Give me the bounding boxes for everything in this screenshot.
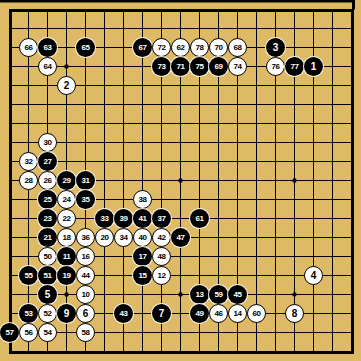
intersection-c12-r18[interactable] [209, 323, 228, 342]
intersection-c7-r7[interactable] [114, 114, 133, 133]
intersection-c7-r18[interactable] [114, 323, 133, 342]
intersection-c10-r6[interactable] [171, 95, 190, 114]
intersection-c2-r1[interactable] [19, 0, 38, 19]
intersection-c5-r1[interactable] [76, 0, 95, 19]
intersection-c17-r11[interactable] [304, 190, 323, 209]
stone-black-35[interactable]: 35 [76, 190, 95, 209]
intersection-c12-r11[interactable] [209, 190, 228, 209]
stone-white-44[interactable]: 44 [76, 266, 95, 285]
intersection-c6-r2[interactable] [95, 19, 114, 38]
intersection-c15-r18[interactable] [266, 323, 285, 342]
stone-black-13[interactable]: 13 [190, 285, 209, 304]
intersection-c12-r16[interactable]: 59 [209, 285, 228, 304]
intersection-c8-r2[interactable] [133, 19, 152, 38]
intersection-c1-r10[interactable] [0, 171, 19, 190]
intersection-c17-r15[interactable]: 4 [304, 266, 323, 285]
stone-white-48[interactable]: 48 [152, 247, 171, 266]
intersection-c6-r8[interactable] [95, 133, 114, 152]
intersection-c12-r10[interactable] [209, 171, 228, 190]
intersection-c18-r14[interactable] [323, 247, 342, 266]
intersection-c3-r12[interactable]: 23 [38, 209, 57, 228]
intersection-c15-r4[interactable]: 76 [266, 57, 285, 76]
stone-black-39[interactable]: 39 [114, 209, 133, 228]
stone-white-62[interactable]: 62 [171, 38, 190, 57]
intersection-c13-r9[interactable] [228, 152, 247, 171]
stone-black-73[interactable]: 73 [152, 57, 171, 76]
intersection-c16-r2[interactable] [285, 19, 304, 38]
intersection-c19-r1[interactable] [342, 0, 361, 19]
intersection-c4-r3[interactable] [57, 38, 76, 57]
intersection-c4-r2[interactable] [57, 19, 76, 38]
intersection-c18-r2[interactable] [323, 19, 342, 38]
intersection-c5-r7[interactable] [76, 114, 95, 133]
intersection-c12-r3[interactable]: 70 [209, 38, 228, 57]
intersection-c1-r15[interactable] [0, 266, 19, 285]
intersection-c17-r7[interactable] [304, 114, 323, 133]
intersection-c11-r10[interactable] [190, 171, 209, 190]
intersection-c15-r1[interactable] [266, 0, 285, 19]
intersection-c19-r8[interactable] [342, 133, 361, 152]
intersection-c12-r15[interactable] [209, 266, 228, 285]
intersection-c3-r6[interactable] [38, 95, 57, 114]
intersection-c18-r15[interactable] [323, 266, 342, 285]
intersection-c13-r6[interactable] [228, 95, 247, 114]
stone-white-40[interactable]: 40 [133, 228, 152, 247]
intersection-c17-r18[interactable] [304, 323, 323, 342]
intersection-c19-r17[interactable] [342, 304, 361, 323]
intersection-c3-r16[interactable]: 5 [38, 285, 57, 304]
intersection-c16-r18[interactable] [285, 323, 304, 342]
intersection-c10-r9[interactable] [171, 152, 190, 171]
intersection-c11-r2[interactable] [190, 19, 209, 38]
intersection-c1-r4[interactable] [0, 57, 19, 76]
intersection-c12-r19[interactable] [209, 342, 228, 361]
stone-white-42[interactable]: 42 [152, 228, 171, 247]
intersection-c4-r19[interactable] [57, 342, 76, 361]
stone-black-7[interactable]: 7 [152, 304, 171, 323]
intersection-c4-r1[interactable] [57, 0, 76, 19]
intersection-c1-r19[interactable] [0, 342, 19, 361]
intersection-c8-r10[interactable] [133, 171, 152, 190]
stone-white-12[interactable]: 12 [152, 266, 171, 285]
intersection-c10-r10[interactable] [171, 171, 190, 190]
intersection-c16-r19[interactable] [285, 342, 304, 361]
stone-white-70[interactable]: 70 [209, 38, 228, 57]
intersection-c16-r4[interactable]: 77 [285, 57, 304, 76]
intersection-c3-r1[interactable] [38, 0, 57, 19]
intersection-c14-r16[interactable] [247, 285, 266, 304]
intersection-c5-r6[interactable] [76, 95, 95, 114]
intersection-c18-r3[interactable] [323, 38, 342, 57]
intersection-c4-r12[interactable]: 22 [57, 209, 76, 228]
intersection-c1-r16[interactable] [0, 285, 19, 304]
intersection-c14-r17[interactable]: 60 [247, 304, 266, 323]
intersection-c18-r8[interactable] [323, 133, 342, 152]
intersection-c12-r12[interactable] [209, 209, 228, 228]
intersection-c11-r18[interactable] [190, 323, 209, 342]
intersection-c14-r11[interactable] [247, 190, 266, 209]
intersection-c3-r3[interactable]: 63 [38, 38, 57, 57]
intersection-c4-r5[interactable]: 2 [57, 76, 76, 95]
intersection-c7-r5[interactable] [114, 76, 133, 95]
intersection-c17-r5[interactable] [304, 76, 323, 95]
intersection-c1-r14[interactable] [0, 247, 19, 266]
intersection-c3-r5[interactable] [38, 76, 57, 95]
stone-black-51[interactable]: 51 [38, 266, 57, 285]
intersection-c5-r18[interactable]: 58 [76, 323, 95, 342]
intersection-c6-r3[interactable] [95, 38, 114, 57]
intersection-c5-r11[interactable]: 35 [76, 190, 95, 209]
intersection-c11-r12[interactable]: 61 [190, 209, 209, 228]
intersection-c12-r8[interactable] [209, 133, 228, 152]
intersection-c3-r18[interactable]: 54 [38, 323, 57, 342]
intersection-c10-r19[interactable] [171, 342, 190, 361]
intersection-c16-r14[interactable] [285, 247, 304, 266]
intersection-c5-r9[interactable] [76, 152, 95, 171]
intersection-c12-r17[interactable]: 46 [209, 304, 228, 323]
intersection-c19-r11[interactable] [342, 190, 361, 209]
intersection-c7-r10[interactable] [114, 171, 133, 190]
intersection-c18-r16[interactable] [323, 285, 342, 304]
stone-white-6[interactable]: 6 [76, 304, 95, 323]
intersection-c11-r3[interactable]: 78 [190, 38, 209, 57]
stone-white-60[interactable]: 60 [247, 304, 266, 323]
intersection-c15-r16[interactable] [266, 285, 285, 304]
intersection-c5-r17[interactable]: 6 [76, 304, 95, 323]
intersection-c8-r12[interactable]: 41 [133, 209, 152, 228]
intersection-c1-r11[interactable] [0, 190, 19, 209]
stone-black-75[interactable]: 75 [190, 57, 209, 76]
stone-black-69[interactable]: 69 [209, 57, 228, 76]
intersection-c7-r19[interactable] [114, 342, 133, 361]
intersection-c7-r1[interactable] [114, 0, 133, 19]
intersection-c6-r16[interactable] [95, 285, 114, 304]
intersection-c16-r11[interactable] [285, 190, 304, 209]
intersection-c14-r18[interactable] [247, 323, 266, 342]
stone-white-66[interactable]: 66 [19, 38, 38, 57]
stone-black-43[interactable]: 43 [114, 304, 133, 323]
intersection-c7-r11[interactable] [114, 190, 133, 209]
intersection-c4-r16[interactable] [57, 285, 76, 304]
intersection-c15-r9[interactable] [266, 152, 285, 171]
intersection-c14-r19[interactable] [247, 342, 266, 361]
intersection-c6-r19[interactable] [95, 342, 114, 361]
intersection-c12-r1[interactable] [209, 0, 228, 19]
intersection-c10-r3[interactable]: 62 [171, 38, 190, 57]
intersection-c13-r18[interactable] [228, 323, 247, 342]
intersection-c12-r14[interactable] [209, 247, 228, 266]
stone-white-72[interactable]: 72 [152, 38, 171, 57]
stone-black-25[interactable]: 25 [38, 190, 57, 209]
stone-black-55[interactable]: 55 [19, 266, 38, 285]
intersection-c10-r5[interactable] [171, 76, 190, 95]
intersection-c14-r6[interactable] [247, 95, 266, 114]
intersection-c2-r19[interactable] [19, 342, 38, 361]
stone-black-29[interactable]: 29 [57, 171, 76, 190]
intersection-c13-r5[interactable] [228, 76, 247, 95]
intersection-c19-r19[interactable] [342, 342, 361, 361]
intersection-c17-r1[interactable] [304, 0, 323, 19]
intersection-c9-r11[interactable] [152, 190, 171, 209]
intersection-c10-r15[interactable] [171, 266, 190, 285]
intersection-c16-r5[interactable] [285, 76, 304, 95]
intersection-c14-r4[interactable] [247, 57, 266, 76]
stone-white-16[interactable]: 16 [76, 247, 95, 266]
intersection-c2-r12[interactable] [19, 209, 38, 228]
intersection-c4-r8[interactable] [57, 133, 76, 152]
intersection-c12-r13[interactable] [209, 228, 228, 247]
intersection-c19-r6[interactable] [342, 95, 361, 114]
intersection-c2-r8[interactable] [19, 133, 38, 152]
intersection-c17-r14[interactable] [304, 247, 323, 266]
intersection-c7-r14[interactable] [114, 247, 133, 266]
intersection-c2-r5[interactable] [19, 76, 38, 95]
intersection-c1-r12[interactable] [0, 209, 19, 228]
intersection-c8-r16[interactable] [133, 285, 152, 304]
stone-white-56[interactable]: 56 [19, 323, 38, 342]
intersection-c9-r13[interactable]: 42 [152, 228, 171, 247]
intersection-c13-r11[interactable] [228, 190, 247, 209]
intersection-c16-r10[interactable] [285, 171, 304, 190]
intersection-c11-r11[interactable] [190, 190, 209, 209]
intersection-c17-r2[interactable] [304, 19, 323, 38]
intersection-c4-r10[interactable]: 29 [57, 171, 76, 190]
intersection-c19-r5[interactable] [342, 76, 361, 95]
intersection-c19-r15[interactable] [342, 266, 361, 285]
intersection-c16-r17[interactable]: 8 [285, 304, 304, 323]
intersection-c14-r14[interactable] [247, 247, 266, 266]
intersection-c9-r6[interactable] [152, 95, 171, 114]
stone-white-78[interactable]: 78 [190, 38, 209, 57]
stone-black-9[interactable]: 9 [57, 304, 76, 323]
intersection-c13-r12[interactable] [228, 209, 247, 228]
intersection-c12-r6[interactable] [209, 95, 228, 114]
intersection-c11-r9[interactable] [190, 152, 209, 171]
intersection-c15-r3[interactable]: 3 [266, 38, 285, 57]
intersection-c19-r13[interactable] [342, 228, 361, 247]
stone-white-24[interactable]: 24 [57, 190, 76, 209]
intersection-c15-r17[interactable] [266, 304, 285, 323]
intersection-c18-r6[interactable] [323, 95, 342, 114]
intersection-c18-r11[interactable] [323, 190, 342, 209]
intersection-c2-r18[interactable]: 56 [19, 323, 38, 342]
intersection-c13-r7[interactable] [228, 114, 247, 133]
intersection-c17-r12[interactable] [304, 209, 323, 228]
intersection-c8-r19[interactable] [133, 342, 152, 361]
intersection-c9-r12[interactable]: 37 [152, 209, 171, 228]
intersection-c9-r5[interactable] [152, 76, 171, 95]
intersection-c7-r12[interactable]: 39 [114, 209, 133, 228]
intersection-c14-r3[interactable] [247, 38, 266, 57]
intersection-c3-r13[interactable]: 21 [38, 228, 57, 247]
intersection-c5-r5[interactable] [76, 76, 95, 95]
intersection-c12-r2[interactable] [209, 19, 228, 38]
intersection-c7-r6[interactable] [114, 95, 133, 114]
intersection-c11-r7[interactable] [190, 114, 209, 133]
intersection-c10-r1[interactable] [171, 0, 190, 19]
intersection-c10-r12[interactable] [171, 209, 190, 228]
intersection-c11-r1[interactable] [190, 0, 209, 19]
intersection-c10-r13[interactable]: 47 [171, 228, 190, 247]
intersection-c15-r5[interactable] [266, 76, 285, 95]
intersection-c1-r7[interactable] [0, 114, 19, 133]
intersection-c13-r2[interactable] [228, 19, 247, 38]
intersection-c1-r17[interactable] [0, 304, 19, 323]
intersection-c3-r19[interactable] [38, 342, 57, 361]
intersection-c14-r7[interactable] [247, 114, 266, 133]
intersection-c5-r13[interactable]: 36 [76, 228, 95, 247]
intersection-c8-r4[interactable] [133, 57, 152, 76]
stone-black-71[interactable]: 71 [171, 57, 190, 76]
intersection-c17-r4[interactable]: 1 [304, 57, 323, 76]
intersection-c17-r19[interactable] [304, 342, 323, 361]
intersection-c7-r16[interactable] [114, 285, 133, 304]
intersection-c7-r2[interactable] [114, 19, 133, 38]
intersection-c15-r19[interactable] [266, 342, 285, 361]
intersection-c14-r2[interactable] [247, 19, 266, 38]
intersection-c16-r8[interactable] [285, 133, 304, 152]
intersection-c6-r12[interactable]: 33 [95, 209, 114, 228]
intersection-c14-r8[interactable] [247, 133, 266, 152]
intersection-c6-r5[interactable] [95, 76, 114, 95]
intersection-c6-r10[interactable] [95, 171, 114, 190]
intersection-c17-r10[interactable] [304, 171, 323, 190]
intersection-c9-r19[interactable] [152, 342, 171, 361]
intersection-c1-r2[interactable] [0, 19, 19, 38]
intersection-c11-r15[interactable] [190, 266, 209, 285]
intersection-c3-r14[interactable]: 50 [38, 247, 57, 266]
stone-black-63[interactable]: 63 [38, 38, 57, 57]
intersection-c18-r18[interactable] [323, 323, 342, 342]
intersection-c1-r6[interactable] [0, 95, 19, 114]
stone-black-31[interactable]: 31 [76, 171, 95, 190]
intersection-c6-r11[interactable] [95, 190, 114, 209]
intersection-c19-r10[interactable] [342, 171, 361, 190]
intersection-c15-r2[interactable] [266, 19, 285, 38]
intersection-c3-r9[interactable]: 27 [38, 152, 57, 171]
intersection-c2-r3[interactable]: 66 [19, 38, 38, 57]
stone-black-5[interactable]: 5 [38, 285, 57, 304]
intersection-c13-r4[interactable]: 74 [228, 57, 247, 76]
intersection-c8-r9[interactable] [133, 152, 152, 171]
intersection-c10-r7[interactable] [171, 114, 190, 133]
intersection-c17-r13[interactable] [304, 228, 323, 247]
stone-white-76[interactable]: 76 [266, 57, 285, 76]
intersection-c5-r16[interactable]: 10 [76, 285, 95, 304]
intersection-c2-r11[interactable] [19, 190, 38, 209]
intersection-c10-r14[interactable] [171, 247, 190, 266]
intersection-c10-r8[interactable] [171, 133, 190, 152]
intersection-c1-r9[interactable] [0, 152, 19, 171]
intersection-c13-r10[interactable] [228, 171, 247, 190]
intersection-c16-r6[interactable] [285, 95, 304, 114]
intersection-c17-r9[interactable] [304, 152, 323, 171]
intersection-c7-r9[interactable] [114, 152, 133, 171]
intersection-c13-r14[interactable] [228, 247, 247, 266]
intersection-c17-r8[interactable] [304, 133, 323, 152]
stone-black-41[interactable]: 41 [133, 209, 152, 228]
stone-white-32[interactable]: 32 [19, 152, 38, 171]
stone-white-2[interactable]: 2 [57, 76, 76, 95]
intersection-c6-r15[interactable] [95, 266, 114, 285]
intersection-c11-r14[interactable] [190, 247, 209, 266]
stone-black-57[interactable]: 57 [0, 323, 19, 342]
intersection-c18-r17[interactable] [323, 304, 342, 323]
intersection-c9-r17[interactable]: 7 [152, 304, 171, 323]
intersection-c19-r2[interactable] [342, 19, 361, 38]
intersection-c9-r18[interactable] [152, 323, 171, 342]
intersection-c19-r3[interactable] [342, 38, 361, 57]
intersection-c4-r4[interactable] [57, 57, 76, 76]
stone-black-27[interactable]: 27 [38, 152, 57, 171]
intersection-c3-r17[interactable]: 52 [38, 304, 57, 323]
intersection-c14-r9[interactable] [247, 152, 266, 171]
stone-white-8[interactable]: 8 [285, 304, 304, 323]
intersection-c5-r3[interactable]: 65 [76, 38, 95, 57]
intersection-c6-r4[interactable] [95, 57, 114, 76]
intersection-c4-r6[interactable] [57, 95, 76, 114]
intersection-c10-r17[interactable] [171, 304, 190, 323]
intersection-c5-r12[interactable] [76, 209, 95, 228]
intersection-c2-r16[interactable] [19, 285, 38, 304]
stone-white-26[interactable]: 26 [38, 171, 57, 190]
intersection-c18-r13[interactable] [323, 228, 342, 247]
stone-black-45[interactable]: 45 [228, 285, 247, 304]
intersection-c12-r9[interactable] [209, 152, 228, 171]
intersection-c15-r10[interactable] [266, 171, 285, 190]
intersection-c16-r15[interactable] [285, 266, 304, 285]
intersection-c9-r3[interactable]: 72 [152, 38, 171, 57]
intersection-c13-r3[interactable]: 68 [228, 38, 247, 57]
intersection-c8-r17[interactable] [133, 304, 152, 323]
intersection-c7-r3[interactable] [114, 38, 133, 57]
intersection-c13-r16[interactable]: 45 [228, 285, 247, 304]
stone-white-20[interactable]: 20 [95, 228, 114, 247]
intersection-c8-r15[interactable]: 15 [133, 266, 152, 285]
stone-black-37[interactable]: 37 [152, 209, 171, 228]
intersection-c6-r1[interactable] [95, 0, 114, 19]
intersection-c4-r14[interactable]: 11 [57, 247, 76, 266]
stone-white-68[interactable]: 68 [228, 38, 247, 57]
stone-black-15[interactable]: 15 [133, 266, 152, 285]
intersection-c13-r1[interactable] [228, 0, 247, 19]
intersection-c15-r13[interactable] [266, 228, 285, 247]
intersection-c6-r9[interactable] [95, 152, 114, 171]
intersection-c2-r13[interactable] [19, 228, 38, 247]
stone-white-10[interactable]: 10 [76, 285, 95, 304]
stone-black-61[interactable]: 61 [190, 209, 209, 228]
intersection-c1-r1[interactable] [0, 0, 19, 19]
stone-black-47[interactable]: 47 [171, 228, 190, 247]
intersection-c4-r11[interactable]: 24 [57, 190, 76, 209]
intersection-c11-r17[interactable]: 49 [190, 304, 209, 323]
intersection-c16-r3[interactable] [285, 38, 304, 57]
intersection-c8-r1[interactable] [133, 0, 152, 19]
intersection-c3-r10[interactable]: 26 [38, 171, 57, 190]
intersection-c9-r10[interactable] [152, 171, 171, 190]
intersection-c11-r4[interactable]: 75 [190, 57, 209, 76]
intersection-c9-r9[interactable] [152, 152, 171, 171]
intersection-c6-r18[interactable] [95, 323, 114, 342]
intersection-c6-r7[interactable] [95, 114, 114, 133]
stone-white-18[interactable]: 18 [57, 228, 76, 247]
intersection-c7-r8[interactable] [114, 133, 133, 152]
intersection-c2-r9[interactable]: 32 [19, 152, 38, 171]
intersection-c9-r4[interactable]: 73 [152, 57, 171, 76]
intersection-c5-r14[interactable]: 16 [76, 247, 95, 266]
intersection-c3-r7[interactable] [38, 114, 57, 133]
intersection-c18-r9[interactable] [323, 152, 342, 171]
